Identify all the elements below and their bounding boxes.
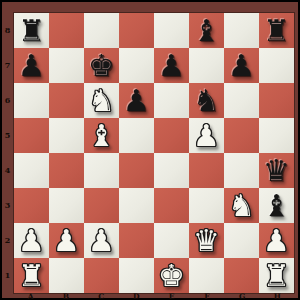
square-e2[interactable] bbox=[154, 223, 189, 258]
file-label-h: H bbox=[260, 292, 295, 300]
square-f8[interactable]: ♝ bbox=[189, 13, 224, 48]
square-d8[interactable] bbox=[119, 13, 154, 48]
square-f5[interactable]: ♟ bbox=[189, 118, 224, 153]
black-bishop-icon: ♝ bbox=[263, 188, 290, 223]
square-b5[interactable] bbox=[49, 118, 84, 153]
white-pawn-icon: ♟ bbox=[263, 223, 290, 258]
rank-label-3: 3 bbox=[2, 187, 13, 222]
square-e8[interactable] bbox=[154, 13, 189, 48]
square-d5[interactable] bbox=[119, 118, 154, 153]
square-h4[interactable]: ♛ bbox=[259, 153, 294, 188]
square-c8[interactable] bbox=[84, 13, 119, 48]
black-queen-icon: ♛ bbox=[263, 153, 290, 188]
rank-label-2: 2 bbox=[2, 222, 13, 257]
square-h8[interactable]: ♜ bbox=[259, 13, 294, 48]
square-g2[interactable] bbox=[224, 223, 259, 258]
square-h2[interactable]: ♟ bbox=[259, 223, 294, 258]
square-h7[interactable] bbox=[259, 48, 294, 83]
square-f7[interactable] bbox=[189, 48, 224, 83]
white-pawn-icon: ♟ bbox=[193, 118, 220, 153]
square-g1[interactable] bbox=[224, 258, 259, 293]
square-c2[interactable]: ♟ bbox=[84, 223, 119, 258]
square-b2[interactable]: ♟ bbox=[49, 223, 84, 258]
square-g7[interactable]: ♟ bbox=[224, 48, 259, 83]
rank-label-8: 8 bbox=[2, 12, 13, 47]
square-d6[interactable]: ♟ bbox=[119, 83, 154, 118]
square-a8[interactable]: ♜ bbox=[14, 13, 49, 48]
square-c1[interactable] bbox=[84, 258, 119, 293]
square-g5[interactable] bbox=[224, 118, 259, 153]
square-d7[interactable] bbox=[119, 48, 154, 83]
chess-board: ♜♝♜♟♚♟♟♞♟♞♝♟♛♞♝♟♟♟♛♟♜♚♜ bbox=[13, 12, 295, 294]
square-b3[interactable] bbox=[49, 188, 84, 223]
square-b6[interactable] bbox=[49, 83, 84, 118]
square-d3[interactable] bbox=[119, 188, 154, 223]
black-pawn-icon: ♟ bbox=[18, 48, 45, 83]
square-f3[interactable] bbox=[189, 188, 224, 223]
square-b8[interactable] bbox=[49, 13, 84, 48]
white-knight-icon: ♞ bbox=[88, 83, 115, 118]
square-c6[interactable]: ♞ bbox=[84, 83, 119, 118]
square-h3[interactable]: ♝ bbox=[259, 188, 294, 223]
file-label-b: B bbox=[48, 292, 83, 300]
white-pawn-icon: ♟ bbox=[53, 223, 80, 258]
square-e3[interactable] bbox=[154, 188, 189, 223]
square-a2[interactable]: ♟ bbox=[14, 223, 49, 258]
square-g8[interactable] bbox=[224, 13, 259, 48]
rank-label-7: 7 bbox=[2, 47, 13, 82]
white-knight-icon: ♞ bbox=[228, 188, 255, 223]
white-queen-icon: ♛ bbox=[193, 223, 220, 258]
black-pawn-icon: ♟ bbox=[123, 83, 150, 118]
square-e6[interactable] bbox=[154, 83, 189, 118]
square-g4[interactable] bbox=[224, 153, 259, 188]
square-b7[interactable] bbox=[49, 48, 84, 83]
square-d1[interactable] bbox=[119, 258, 154, 293]
square-a3[interactable] bbox=[14, 188, 49, 223]
rank-label-5: 5 bbox=[2, 117, 13, 152]
file-label-a: A bbox=[13, 292, 48, 300]
file-label-g: G bbox=[225, 292, 260, 300]
square-a1[interactable]: ♜ bbox=[14, 258, 49, 293]
square-d4[interactable] bbox=[119, 153, 154, 188]
rank-label-1: 1 bbox=[2, 257, 13, 292]
board-frame: 87654321 ♜♝♜♟♚♟♟♞♟♞♝♟♛♞♝♟♟♟♛♟♜♚♜ ABCDEFG… bbox=[2, 2, 298, 298]
chessboard-diagram: 87654321 ♜♝♜♟♚♟♟♞♟♞♝♟♛♞♝♟♟♟♛♟♜♚♜ ABCDEFG… bbox=[0, 0, 300, 300]
black-rook-icon: ♜ bbox=[263, 13, 290, 48]
square-f6[interactable]: ♞ bbox=[189, 83, 224, 118]
square-b4[interactable] bbox=[49, 153, 84, 188]
rank-label-4: 4 bbox=[2, 152, 13, 187]
square-a5[interactable] bbox=[14, 118, 49, 153]
square-h1[interactable]: ♜ bbox=[259, 258, 294, 293]
file-labels: ABCDEFGH bbox=[13, 292, 295, 300]
square-a6[interactable] bbox=[14, 83, 49, 118]
file-label-f: F bbox=[189, 292, 224, 300]
square-c7[interactable]: ♚ bbox=[84, 48, 119, 83]
black-pawn-icon: ♟ bbox=[158, 48, 185, 83]
square-e7[interactable]: ♟ bbox=[154, 48, 189, 83]
white-bishop-icon: ♝ bbox=[88, 118, 115, 153]
square-e4[interactable] bbox=[154, 153, 189, 188]
square-b1[interactable] bbox=[49, 258, 84, 293]
file-label-c: C bbox=[84, 292, 119, 300]
rank-label-6: 6 bbox=[2, 82, 13, 117]
black-knight-icon: ♞ bbox=[193, 83, 220, 118]
square-h6[interactable] bbox=[259, 83, 294, 118]
square-f1[interactable] bbox=[189, 258, 224, 293]
square-g6[interactable] bbox=[224, 83, 259, 118]
square-f4[interactable] bbox=[189, 153, 224, 188]
black-king-icon: ♚ bbox=[88, 48, 115, 83]
file-label-d: D bbox=[119, 292, 154, 300]
square-g3[interactable]: ♞ bbox=[224, 188, 259, 223]
file-label-e: E bbox=[154, 292, 189, 300]
square-e1[interactable]: ♚ bbox=[154, 258, 189, 293]
white-king-icon: ♚ bbox=[158, 258, 185, 293]
square-a4[interactable] bbox=[14, 153, 49, 188]
square-f2[interactable]: ♛ bbox=[189, 223, 224, 258]
rank-labels: 87654321 bbox=[2, 12, 13, 292]
square-d2[interactable] bbox=[119, 223, 154, 258]
square-e5[interactable] bbox=[154, 118, 189, 153]
black-bishop-icon: ♝ bbox=[193, 13, 220, 48]
square-h5[interactable] bbox=[259, 118, 294, 153]
square-c3[interactable] bbox=[84, 188, 119, 223]
black-pawn-icon: ♟ bbox=[228, 48, 255, 83]
square-c5[interactable]: ♝ bbox=[84, 118, 119, 153]
white-rook-icon: ♜ bbox=[263, 258, 290, 293]
square-a7[interactable]: ♟ bbox=[14, 48, 49, 83]
black-rook-icon: ♜ bbox=[18, 13, 45, 48]
white-pawn-icon: ♟ bbox=[88, 223, 115, 258]
square-c4[interactable] bbox=[84, 153, 119, 188]
white-pawn-icon: ♟ bbox=[18, 223, 45, 258]
white-rook-icon: ♜ bbox=[18, 258, 45, 293]
